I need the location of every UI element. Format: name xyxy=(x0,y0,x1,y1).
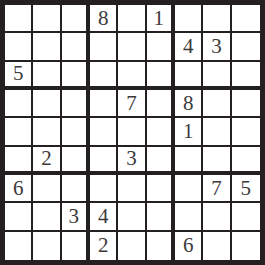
given-digit: 2 xyxy=(98,235,109,256)
cell-r1c9[interactable] xyxy=(232,5,260,33)
given-digit: 8 xyxy=(183,93,194,114)
cell-r4c2[interactable] xyxy=(33,90,61,118)
cell-r4c9[interactable] xyxy=(232,90,260,118)
cell-r8c8[interactable] xyxy=(203,203,231,231)
cell-r6c8[interactable] xyxy=(203,147,231,175)
cell-r6c5[interactable]: 3 xyxy=(118,147,146,175)
cell-r9c6[interactable] xyxy=(147,232,175,260)
cell-r2c3[interactable] xyxy=(62,33,90,61)
given-digit: 2 xyxy=(41,148,52,169)
given-digit: 3 xyxy=(69,206,80,227)
cell-r1c4[interactable]: 8 xyxy=(90,5,118,33)
cell-r7c5[interactable] xyxy=(118,175,146,203)
cell-r8c6[interactable] xyxy=(147,203,175,231)
cell-r8c5[interactable] xyxy=(118,203,146,231)
cell-r2c7[interactable]: 4 xyxy=(175,33,203,61)
cell-r1c3[interactable] xyxy=(62,5,90,33)
cell-r9c5[interactable] xyxy=(118,232,146,260)
cell-r6c9[interactable] xyxy=(232,147,260,175)
cell-r7c6[interactable] xyxy=(147,175,175,203)
cell-r4c3[interactable] xyxy=(62,90,90,118)
cell-r3c6[interactable] xyxy=(147,62,175,90)
cell-r8c2[interactable] xyxy=(33,203,61,231)
cell-r5c6[interactable] xyxy=(147,118,175,146)
cell-r8c4[interactable]: 4 xyxy=(90,203,118,231)
cell-r7c1[interactable]: 6 xyxy=(5,175,33,203)
cell-r5c7[interactable]: 1 xyxy=(175,118,203,146)
given-digit: 4 xyxy=(98,206,109,227)
given-digit: 6 xyxy=(13,178,24,199)
cell-r2c5[interactable] xyxy=(118,33,146,61)
cell-r9c1[interactable] xyxy=(5,232,33,260)
cell-r3c1[interactable]: 5 xyxy=(5,62,33,90)
cell-r7c9[interactable]: 5 xyxy=(232,175,260,203)
cell-r5c3[interactable] xyxy=(62,118,90,146)
cell-r3c9[interactable] xyxy=(232,62,260,90)
cell-r3c2[interactable] xyxy=(33,62,61,90)
cell-r1c5[interactable] xyxy=(118,5,146,33)
given-digit: 7 xyxy=(126,93,137,114)
given-digit: 1 xyxy=(154,8,165,29)
given-digit: 5 xyxy=(13,63,24,84)
cell-r3c4[interactable] xyxy=(90,62,118,90)
cell-r7c2[interactable] xyxy=(33,175,61,203)
given-digit: 5 xyxy=(241,178,252,199)
given-digit: 3 xyxy=(211,36,222,57)
cell-r7c7[interactable] xyxy=(175,175,203,203)
cell-r9c4[interactable]: 2 xyxy=(90,232,118,260)
cell-r9c8[interactable] xyxy=(203,232,231,260)
cell-r1c7[interactable] xyxy=(175,5,203,33)
given-digit: 8 xyxy=(98,8,109,29)
cell-r9c2[interactable] xyxy=(33,232,61,260)
given-digit: 6 xyxy=(183,235,194,256)
cell-r4c8[interactable] xyxy=(203,90,231,118)
cell-r7c3[interactable] xyxy=(62,175,90,203)
cell-r9c7[interactable]: 6 xyxy=(175,232,203,260)
given-digit: 4 xyxy=(183,36,194,57)
cell-r6c7[interactable] xyxy=(175,147,203,175)
cell-r5c9[interactable] xyxy=(232,118,260,146)
cell-r1c6[interactable]: 1 xyxy=(147,5,175,33)
cell-r7c4[interactable] xyxy=(90,175,118,203)
cell-r4c4[interactable] xyxy=(90,90,118,118)
cell-r8c1[interactable] xyxy=(5,203,33,231)
cell-r7c8[interactable]: 7 xyxy=(203,175,231,203)
cell-r3c3[interactable] xyxy=(62,62,90,90)
cell-r8c7[interactable] xyxy=(175,203,203,231)
cell-r3c5[interactable] xyxy=(118,62,146,90)
cell-r8c3[interactable]: 3 xyxy=(62,203,90,231)
cell-r4c6[interactable] xyxy=(147,90,175,118)
cell-r6c4[interactable] xyxy=(90,147,118,175)
cell-r5c2[interactable] xyxy=(33,118,61,146)
cell-r1c1[interactable] xyxy=(5,5,33,33)
cell-r6c3[interactable] xyxy=(62,147,90,175)
cell-r3c8[interactable] xyxy=(203,62,231,90)
cell-r9c9[interactable] xyxy=(232,232,260,260)
given-digit: 1 xyxy=(183,121,194,142)
cell-r6c1[interactable] xyxy=(5,147,33,175)
given-digit: 7 xyxy=(211,178,222,199)
cell-r5c5[interactable] xyxy=(118,118,146,146)
cell-r5c4[interactable] xyxy=(90,118,118,146)
cell-r1c8[interactable] xyxy=(203,5,231,33)
cell-r3c7[interactable] xyxy=(175,62,203,90)
cell-r4c7[interactable]: 8 xyxy=(175,90,203,118)
cell-r9c3[interactable] xyxy=(62,232,90,260)
cell-r6c6[interactable] xyxy=(147,147,175,175)
given-digit: 3 xyxy=(126,148,137,169)
cell-r2c1[interactable] xyxy=(5,33,33,61)
cell-r2c6[interactable] xyxy=(147,33,175,61)
cell-r2c9[interactable] xyxy=(232,33,260,61)
cell-r1c2[interactable] xyxy=(33,5,61,33)
cell-r4c5[interactable]: 7 xyxy=(118,90,146,118)
cell-r2c8[interactable]: 3 xyxy=(203,33,231,61)
cell-r6c2[interactable]: 2 xyxy=(33,147,61,175)
cell-r4c1[interactable] xyxy=(5,90,33,118)
sudoku-board: 81435781236753426 xyxy=(0,0,265,265)
cell-r5c8[interactable] xyxy=(203,118,231,146)
cell-r5c1[interactable] xyxy=(5,118,33,146)
cell-r8c9[interactable] xyxy=(232,203,260,231)
cell-r2c4[interactable] xyxy=(90,33,118,61)
cell-r2c2[interactable] xyxy=(33,33,61,61)
